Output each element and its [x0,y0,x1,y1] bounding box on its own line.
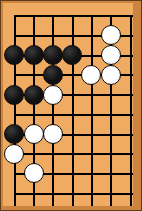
intersection[interactable] [5,144,24,164]
intersection[interactable] [63,6,82,26]
intersection[interactable] [5,85,24,105]
board [3,3,133,206]
intersection[interactable] [63,85,82,105]
intersection[interactable] [121,65,140,85]
intersection[interactable] [5,164,24,184]
intersection[interactable] [121,164,140,184]
white-stone [101,65,121,85]
intersection[interactable] [24,65,43,85]
intersection[interactable] [24,164,43,184]
black-stone [4,85,24,105]
intersection[interactable] [102,26,121,46]
intersection[interactable] [5,65,24,85]
intersection[interactable] [82,6,101,26]
intersection[interactable] [102,85,121,105]
intersection[interactable] [63,26,82,46]
intersection[interactable] [63,144,82,164]
intersection[interactable] [5,46,24,66]
intersection[interactable] [121,144,140,164]
intersection[interactable] [24,85,43,105]
intersection[interactable] [44,105,63,125]
intersection[interactable] [63,65,82,85]
intersection[interactable] [44,144,63,164]
intersection[interactable] [82,85,101,105]
white-stone [4,144,24,164]
white-stone [81,65,101,85]
intersection[interactable] [102,105,121,125]
board-frame [0,0,142,211]
intersection[interactable] [82,184,101,204]
intersection[interactable] [121,6,140,26]
intersection[interactable] [82,65,101,85]
intersection-grid [5,6,140,203]
intersection[interactable] [44,6,63,26]
intersection[interactable] [121,105,140,125]
intersection[interactable] [102,65,121,85]
intersection[interactable] [24,46,43,66]
black-stone [62,45,82,65]
intersection[interactable] [44,46,63,66]
white-stone [43,124,63,144]
white-stone [24,163,44,183]
intersection[interactable] [24,6,43,26]
intersection[interactable] [24,26,43,46]
white-stone [24,124,44,144]
intersection[interactable] [121,26,140,46]
white-stone [101,25,121,45]
intersection[interactable] [121,125,140,145]
black-stone [43,45,63,65]
intersection[interactable] [82,164,101,184]
intersection[interactable] [121,46,140,66]
intersection[interactable] [5,6,24,26]
black-stone [24,45,44,65]
intersection[interactable] [82,125,101,145]
intersection[interactable] [44,125,63,145]
white-stone [101,45,121,65]
intersection[interactable] [102,6,121,26]
intersection[interactable] [5,105,24,125]
intersection[interactable] [24,184,43,204]
go-board-diagram [0,0,142,211]
black-stone [4,124,24,144]
intersection[interactable] [102,164,121,184]
intersection[interactable] [44,85,63,105]
intersection[interactable] [102,46,121,66]
white-stone [43,85,63,105]
intersection[interactable] [44,26,63,46]
intersection[interactable] [63,164,82,184]
intersection[interactable] [24,144,43,164]
intersection[interactable] [102,144,121,164]
intersection[interactable] [63,184,82,204]
intersection[interactable] [44,184,63,204]
intersection[interactable] [82,26,101,46]
intersection[interactable] [63,46,82,66]
black-stone [24,85,44,105]
intersection[interactable] [24,105,43,125]
intersection[interactable] [82,105,101,125]
intersection[interactable] [102,184,121,204]
intersection[interactable] [63,105,82,125]
intersection[interactable] [5,125,24,145]
intersection[interactable] [82,46,101,66]
intersection[interactable] [44,65,63,85]
intersection[interactable] [121,184,140,204]
intersection[interactable] [44,164,63,184]
intersection[interactable] [63,125,82,145]
intersection[interactable] [5,26,24,46]
intersection[interactable] [24,125,43,145]
black-stone [4,45,24,65]
black-stone [43,65,63,85]
intersection[interactable] [121,85,140,105]
intersection[interactable] [102,125,121,145]
intersection[interactable] [5,184,24,204]
intersection[interactable] [82,144,101,164]
